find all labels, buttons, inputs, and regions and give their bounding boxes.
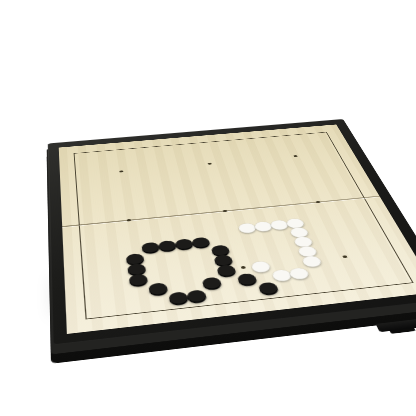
black-stone: ●: [257, 280, 279, 293]
black-stone: ●: [141, 241, 160, 252]
black-stone: ●: [158, 239, 177, 250]
black-stone: ●: [126, 252, 145, 264]
black-stone: ●: [236, 272, 257, 285]
black-stone: ●: [210, 244, 230, 255]
star-point: [128, 272, 148, 285]
star-point: [334, 251, 356, 263]
go-grid: ●●●●●●●●●●●●●●●●●●●●●●●●●●●: [67, 129, 416, 326]
black-stone: ●: [186, 288, 207, 301]
go-board: ●●●●●●●●●●●●●●●●●●●●●●●●●●●: [48, 119, 416, 345]
board-surface: ●●●●●●●●●●●●●●●●●●●●●●●●●●●: [59, 124, 416, 333]
white-stone: ●: [301, 254, 322, 266]
black-stone: ●: [148, 281, 168, 294]
white-stone: ●: [297, 245, 318, 257]
star-point: [287, 152, 305, 160]
white-stone: ●: [269, 219, 289, 230]
star-point: [113, 167, 129, 176]
black-stone: ●: [174, 237, 193, 248]
white-stone: ●: [271, 268, 292, 280]
star-point: [120, 215, 138, 225]
white-stone: ●: [253, 220, 272, 231]
black-stone: ●: [213, 253, 233, 265]
white-stone: ●: [250, 260, 271, 272]
white-stone: ●: [285, 217, 305, 227]
black-stone: ●: [127, 262, 146, 274]
black-stone: ●: [201, 275, 222, 288]
white-stone: ●: [289, 226, 309, 237]
star-point: [201, 159, 218, 168]
star-point: [233, 261, 254, 273]
black-stone: ●: [128, 272, 148, 285]
white-stone: ●: [293, 235, 313, 246]
black-stone: ●: [191, 236, 210, 247]
product-photo-scene: ●●●●●●●●●●●●●●●●●●●●●●●●●●●: [0, 0, 416, 416]
black-stone: ●: [168, 290, 189, 303]
white-stone: ●: [288, 266, 309, 278]
white-stone: ●: [237, 222, 256, 233]
fold-latch: [376, 318, 416, 332]
black-stone: ●: [216, 263, 236, 275]
star-point: [308, 197, 327, 207]
star-point: [216, 206, 235, 216]
